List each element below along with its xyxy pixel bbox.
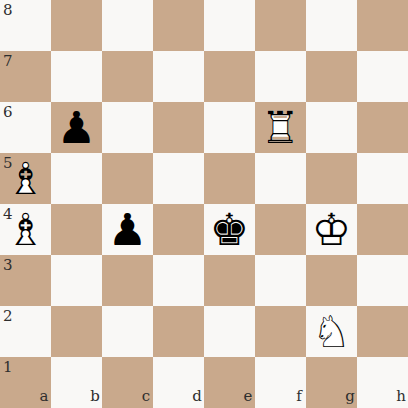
square-h2[interactable]	[357, 306, 408, 357]
square-g7[interactable]	[306, 51, 357, 102]
square-c7[interactable]	[102, 51, 153, 102]
file-label-h: h	[396, 389, 406, 404]
square-f7[interactable]	[255, 51, 306, 102]
rank-label-2: 2	[3, 309, 13, 324]
piece-glyph: ♔	[306, 204, 357, 255]
square-c3[interactable]	[102, 255, 153, 306]
square-g8[interactable]	[306, 0, 357, 51]
rank-label-6: 6	[3, 105, 13, 120]
square-c5[interactable]	[102, 153, 153, 204]
piece-glyph: ♖	[255, 102, 306, 153]
square-e8[interactable]	[204, 0, 255, 51]
square-e4[interactable]: ♚	[204, 204, 255, 255]
piece-glyph: ♚	[204, 204, 255, 255]
square-c2[interactable]	[102, 306, 153, 357]
square-h5[interactable]	[357, 153, 408, 204]
square-f2[interactable]	[255, 306, 306, 357]
square-b8[interactable]	[51, 0, 102, 51]
square-b2[interactable]	[51, 306, 102, 357]
square-f3[interactable]	[255, 255, 306, 306]
piece-white-king[interactable]: ♚♔	[306, 204, 357, 255]
square-g2[interactable]: ♞♘	[306, 306, 357, 357]
square-e2[interactable]	[204, 306, 255, 357]
piece-black-pawn[interactable]: ♟︎	[51, 102, 102, 153]
square-d4[interactable]	[153, 204, 204, 255]
square-h6[interactable]	[357, 102, 408, 153]
square-e6[interactable]	[204, 102, 255, 153]
rank-label-5: 5	[3, 156, 13, 171]
file-label-b: b	[90, 389, 100, 404]
square-b5[interactable]	[51, 153, 102, 204]
square-f8[interactable]	[255, 0, 306, 51]
square-c6[interactable]	[102, 102, 153, 153]
file-label-a: a	[40, 389, 49, 404]
square-h7[interactable]	[357, 51, 408, 102]
piece-glyph: ♟︎	[102, 204, 153, 255]
square-c8[interactable]	[102, 0, 153, 51]
square-g3[interactable]	[306, 255, 357, 306]
square-h4[interactable]	[357, 204, 408, 255]
square-d8[interactable]	[153, 0, 204, 51]
rank-label-4: 4	[3, 207, 13, 222]
square-g6[interactable]	[306, 102, 357, 153]
square-h8[interactable]	[357, 0, 408, 51]
square-d3[interactable]	[153, 255, 204, 306]
square-d2[interactable]	[153, 306, 204, 357]
piece-black-king[interactable]: ♚	[204, 204, 255, 255]
file-label-f: f	[296, 389, 302, 404]
square-b4[interactable]	[51, 204, 102, 255]
square-f4[interactable]	[255, 204, 306, 255]
piece-glyph: ♘	[306, 306, 357, 357]
piece-white-rook[interactable]: ♜♖	[255, 102, 306, 153]
square-e7[interactable]	[204, 51, 255, 102]
square-f6[interactable]: ♜♖	[255, 102, 306, 153]
rank-label-8: 8	[3, 3, 13, 18]
piece-white-knight[interactable]: ♞♘	[306, 306, 357, 357]
chess-board: ♟︎♜♖♝♗♝♗♟︎♚♚♔♞♘ 12345678abcdefgh	[0, 0, 408, 408]
rank-label-3: 3	[3, 258, 13, 273]
square-e5[interactable]	[204, 153, 255, 204]
file-label-c: c	[142, 389, 150, 404]
square-g5[interactable]	[306, 153, 357, 204]
file-label-g: g	[345, 389, 355, 404]
square-f5[interactable]	[255, 153, 306, 204]
rank-label-1: 1	[3, 360, 13, 375]
square-c4[interactable]: ♟︎	[102, 204, 153, 255]
square-b3[interactable]	[51, 255, 102, 306]
piece-black-pawn[interactable]: ♟︎	[102, 204, 153, 255]
rank-label-7: 7	[3, 54, 13, 69]
piece-glyph: ♟︎	[51, 102, 102, 153]
file-label-e: e	[244, 389, 253, 404]
square-g4[interactable]: ♚♔	[306, 204, 357, 255]
square-d7[interactable]	[153, 51, 204, 102]
square-d6[interactable]	[153, 102, 204, 153]
square-b6[interactable]: ♟︎	[51, 102, 102, 153]
board-grid: ♟︎♜♖♝♗♝♗♟︎♚♚♔♞♘	[0, 0, 408, 408]
square-h3[interactable]	[357, 255, 408, 306]
square-b7[interactable]	[51, 51, 102, 102]
file-label-d: d	[192, 389, 202, 404]
square-e3[interactable]	[204, 255, 255, 306]
square-d5[interactable]	[153, 153, 204, 204]
